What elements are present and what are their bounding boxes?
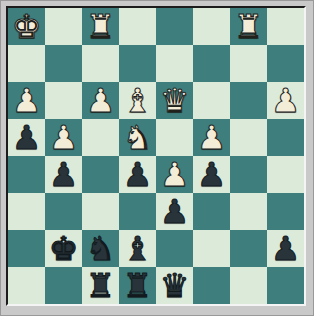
square-g6[interactable] — [230, 82, 267, 119]
piece-white-bishop[interactable]: ♝ — [123, 82, 153, 119]
square-h3[interactable] — [267, 193, 304, 230]
square-h1[interactable] — [267, 267, 304, 304]
square-f1[interactable] — [193, 267, 230, 304]
square-a3[interactable] — [8, 193, 45, 230]
square-b4[interactable]: ♟ — [45, 156, 82, 193]
square-a7[interactable] — [8, 45, 45, 82]
square-d1[interactable]: ♜ — [119, 267, 156, 304]
square-c4[interactable] — [82, 156, 119, 193]
square-d3[interactable] — [119, 193, 156, 230]
chess-board: ♚♜♜♟♟♝♛♟♟♟♞♟♟♟♟♟♟♚♞♝♟♜♜♛ — [8, 8, 304, 304]
square-b6[interactable] — [45, 82, 82, 119]
square-g5[interactable] — [230, 119, 267, 156]
board-frame: ♚♜♜♟♟♝♛♟♟♟♞♟♟♟♟♟♟♚♞♝♟♜♜♛ — [6, 6, 306, 306]
square-a4[interactable] — [8, 156, 45, 193]
square-e5[interactable] — [156, 119, 193, 156]
piece-white-pawn[interactable]: ♟ — [12, 82, 42, 119]
piece-black-pawn[interactable]: ♟ — [12, 119, 42, 156]
square-h4[interactable] — [267, 156, 304, 193]
square-c6[interactable]: ♟ — [82, 82, 119, 119]
square-f5[interactable]: ♟ — [193, 119, 230, 156]
square-g3[interactable] — [230, 193, 267, 230]
square-e3[interactable]: ♟ — [156, 193, 193, 230]
square-b2[interactable]: ♚ — [45, 230, 82, 267]
square-g4[interactable] — [230, 156, 267, 193]
square-a8[interactable]: ♚ — [8, 8, 45, 45]
piece-black-pawn[interactable]: ♟ — [197, 156, 227, 193]
piece-white-knight[interactable]: ♞ — [123, 119, 153, 156]
piece-black-king[interactable]: ♚ — [49, 230, 79, 267]
square-e8[interactable] — [156, 8, 193, 45]
piece-black-rook[interactable]: ♜ — [86, 267, 116, 304]
square-a5[interactable]: ♟ — [8, 119, 45, 156]
square-a1[interactable] — [8, 267, 45, 304]
square-d7[interactable] — [119, 45, 156, 82]
square-h5[interactable] — [267, 119, 304, 156]
piece-white-queen[interactable]: ♛ — [160, 82, 190, 119]
square-h7[interactable] — [267, 45, 304, 82]
square-g8[interactable]: ♜ — [230, 8, 267, 45]
square-d4[interactable]: ♟ — [119, 156, 156, 193]
square-f6[interactable] — [193, 82, 230, 119]
square-b5[interactable]: ♟ — [45, 119, 82, 156]
square-c1[interactable]: ♜ — [82, 267, 119, 304]
square-e6[interactable]: ♛ — [156, 82, 193, 119]
square-d5[interactable]: ♞ — [119, 119, 156, 156]
square-c3[interactable] — [82, 193, 119, 230]
square-h6[interactable]: ♟ — [267, 82, 304, 119]
square-e4[interactable]: ♟ — [156, 156, 193, 193]
square-c7[interactable] — [82, 45, 119, 82]
square-a2[interactable] — [8, 230, 45, 267]
piece-white-pawn[interactable]: ♟ — [197, 119, 227, 156]
piece-black-pawn[interactable]: ♟ — [49, 156, 79, 193]
square-c8[interactable]: ♜ — [82, 8, 119, 45]
square-h2[interactable]: ♟ — [267, 230, 304, 267]
square-b7[interactable] — [45, 45, 82, 82]
square-h8[interactable] — [267, 8, 304, 45]
square-f8[interactable] — [193, 8, 230, 45]
square-a6[interactable]: ♟ — [8, 82, 45, 119]
square-b8[interactable] — [45, 8, 82, 45]
square-c2[interactable]: ♞ — [82, 230, 119, 267]
piece-black-pawn[interactable]: ♟ — [271, 230, 301, 267]
square-c5[interactable] — [82, 119, 119, 156]
square-e2[interactable] — [156, 230, 193, 267]
square-b3[interactable] — [45, 193, 82, 230]
piece-black-rook[interactable]: ♜ — [123, 267, 153, 304]
piece-black-pawn[interactable]: ♟ — [160, 193, 190, 230]
square-g1[interactable] — [230, 267, 267, 304]
piece-white-king[interactable]: ♚ — [12, 8, 42, 45]
square-d6[interactable]: ♝ — [119, 82, 156, 119]
piece-black-bishop[interactable]: ♝ — [123, 230, 153, 267]
piece-white-pawn[interactable]: ♟ — [160, 156, 190, 193]
square-f3[interactable] — [193, 193, 230, 230]
square-f7[interactable] — [193, 45, 230, 82]
chess-diagram-window: ♚♜♜♟♟♝♛♟♟♟♞♟♟♟♟♟♟♚♞♝♟♜♜♛ — [0, 0, 314, 316]
square-f2[interactable] — [193, 230, 230, 267]
square-e7[interactable] — [156, 45, 193, 82]
square-e1[interactable]: ♛ — [156, 267, 193, 304]
piece-white-rook[interactable]: ♜ — [234, 8, 264, 45]
piece-white-rook[interactable]: ♜ — [86, 8, 116, 45]
piece-black-pawn[interactable]: ♟ — [123, 156, 153, 193]
piece-black-knight[interactable]: ♞ — [86, 230, 116, 267]
square-g2[interactable] — [230, 230, 267, 267]
square-f4[interactable]: ♟ — [193, 156, 230, 193]
square-d2[interactable]: ♝ — [119, 230, 156, 267]
piece-white-pawn[interactable]: ♟ — [271, 82, 301, 119]
square-d8[interactable] — [119, 8, 156, 45]
piece-white-pawn[interactable]: ♟ — [49, 119, 79, 156]
square-g7[interactable] — [230, 45, 267, 82]
square-b1[interactable] — [45, 267, 82, 304]
piece-black-queen[interactable]: ♛ — [160, 267, 190, 304]
piece-white-pawn[interactable]: ♟ — [86, 82, 116, 119]
